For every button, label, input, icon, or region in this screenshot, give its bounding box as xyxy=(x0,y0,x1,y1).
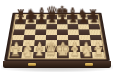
square-e1: ♚ xyxy=(57,52,69,58)
square-b3 xyxy=(23,40,35,46)
square-d3 xyxy=(46,40,57,46)
square-e3 xyxy=(57,40,68,46)
board-field: ♜♞♝♛♚♝♞♜♟♟♟♟♟♟♟♟♟♟♟♟♟♟♟♟♜♞♝♛♚♝♞♜ xyxy=(9,15,104,59)
square-c3 xyxy=(34,40,46,46)
square-f1: ♝ xyxy=(69,52,81,58)
chess-set-photo: ♜♞♝♛♚♝♞♜♟♟♟♟♟♟♟♟♟♟♟♟♟♟♟♟♜♞♝♛♚♝♞♜ xyxy=(0,0,114,75)
square-h3 xyxy=(90,40,102,46)
black-bishop-f8: ♝ xyxy=(60,7,86,20)
square-h1: ♜ xyxy=(92,52,105,58)
square-f3 xyxy=(68,40,80,46)
square-b1: ♞ xyxy=(21,52,33,58)
square-g3 xyxy=(79,40,91,46)
clasp-right xyxy=(85,63,93,66)
box-front-edge xyxy=(3,61,111,68)
scene: ♜♞♝♛♚♝♞♜♟♟♟♟♟♟♟♟♟♟♟♟♟♟♟♟♜♞♝♛♚♝♞♜ xyxy=(0,0,114,75)
square-g1: ♞ xyxy=(80,52,92,58)
square-d1: ♛ xyxy=(45,52,57,58)
square-a3 xyxy=(11,40,23,46)
chess-board: ♜♞♝♛♚♝♞♜♟♟♟♟♟♟♟♟♟♟♟♟♟♟♟♟♜♞♝♛♚♝♞♜ xyxy=(4,13,110,61)
square-c1: ♝ xyxy=(33,52,45,58)
square-a1: ♜ xyxy=(9,52,22,58)
clasp-left xyxy=(28,63,36,66)
black-bishop-c8: ♝ xyxy=(29,7,55,20)
